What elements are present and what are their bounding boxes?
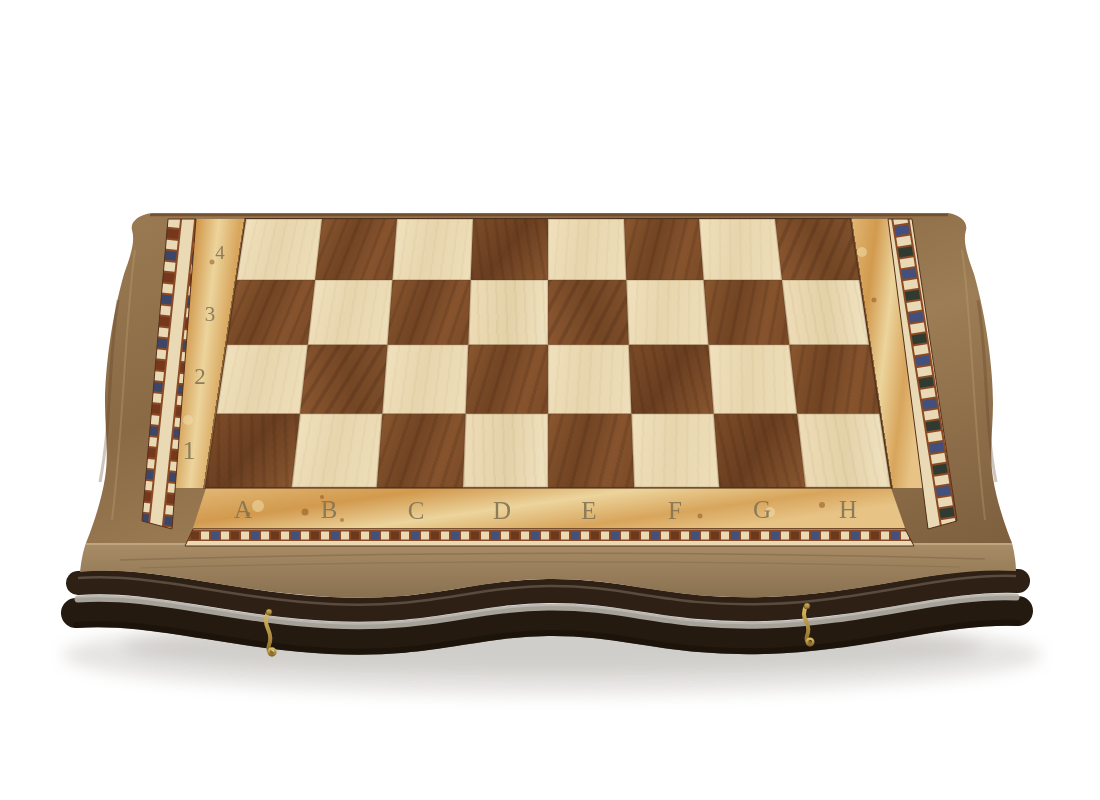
square-d1[interactable] bbox=[462, 413, 548, 486]
file-label-h: H bbox=[839, 496, 857, 523]
square-d3[interactable] bbox=[468, 280, 548, 345]
square-b3[interactable] bbox=[307, 280, 392, 345]
square-b1[interactable] bbox=[291, 413, 382, 486]
square-b4[interactable] bbox=[315, 219, 397, 280]
product-photo-scene: A B C D E F G H 4 3 2 1 bbox=[0, 0, 1100, 800]
square-c4[interactable] bbox=[392, 219, 472, 280]
file-label-e: E bbox=[581, 497, 596, 524]
square-e2[interactable] bbox=[548, 345, 631, 414]
chessboard-grid[interactable] bbox=[206, 219, 891, 487]
square-d4[interactable] bbox=[470, 219, 548, 280]
square-g1[interactable] bbox=[714, 413, 805, 486]
square-f2[interactable] bbox=[628, 345, 713, 414]
square-b2[interactable] bbox=[299, 345, 387, 414]
square-c3[interactable] bbox=[388, 280, 471, 345]
square-f3[interactable] bbox=[626, 280, 709, 345]
file-label-d: D bbox=[493, 497, 511, 524]
square-a4[interactable] bbox=[237, 219, 322, 280]
rank-label-3: 3 bbox=[205, 302, 216, 326]
square-d2[interactable] bbox=[465, 345, 548, 414]
square-a2[interactable] bbox=[217, 345, 308, 414]
square-g3[interactable] bbox=[704, 280, 789, 345]
rank-label-1: 1 bbox=[183, 436, 196, 465]
mosaic-border-bottom bbox=[185, 529, 914, 546]
square-c2[interactable] bbox=[382, 345, 467, 414]
square-h4[interactable] bbox=[775, 219, 860, 280]
file-label-c: C bbox=[408, 497, 425, 524]
file-label-g: G bbox=[753, 496, 771, 523]
file-label-a: A bbox=[234, 496, 252, 523]
square-a1[interactable] bbox=[206, 413, 300, 486]
square-f4[interactable] bbox=[624, 219, 704, 280]
square-e3[interactable] bbox=[548, 280, 628, 345]
file-label-b: B bbox=[321, 496, 338, 523]
square-h3[interactable] bbox=[781, 280, 869, 345]
square-h2[interactable] bbox=[789, 345, 880, 414]
square-c1[interactable] bbox=[377, 413, 465, 486]
square-g2[interactable] bbox=[708, 345, 796, 414]
square-h1[interactable] bbox=[797, 413, 891, 486]
square-a3[interactable] bbox=[227, 280, 315, 345]
file-label-f: F bbox=[668, 497, 682, 524]
square-e1[interactable] bbox=[548, 413, 634, 486]
square-f1[interactable] bbox=[631, 413, 719, 486]
rank-label-2: 2 bbox=[194, 364, 206, 389]
rank-label-4: 4 bbox=[215, 242, 225, 263]
square-e4[interactable] bbox=[548, 219, 626, 280]
square-g4[interactable] bbox=[699, 219, 781, 280]
